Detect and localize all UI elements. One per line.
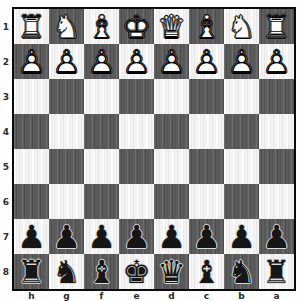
piece-black-pawn[interactable]: ♟ xyxy=(119,219,154,254)
square-c5[interactable] xyxy=(189,149,224,184)
piece-white-pawn-outline-icon: ♙ xyxy=(49,44,84,79)
piece-black-king[interactable]: ♚ xyxy=(119,254,154,289)
square-c8[interactable]: ♝ xyxy=(189,254,224,289)
piece-white-pawn-outline-icon: ♙ xyxy=(224,44,259,79)
piece-black-pawn[interactable]: ♟ xyxy=(49,219,84,254)
piece-black-queen[interactable]: ♛ xyxy=(154,254,189,289)
square-a1[interactable]: ♜♖ xyxy=(259,9,294,44)
piece-white-pawn-outline-icon: ♙ xyxy=(259,44,294,79)
square-f5[interactable] xyxy=(84,149,119,184)
file-label-f: f xyxy=(84,291,119,301)
square-c3[interactable] xyxy=(189,79,224,114)
square-f1[interactable]: ♝♗ xyxy=(84,9,119,44)
square-c1[interactable]: ♝♗ xyxy=(189,9,224,44)
rank-label-8: 8 xyxy=(0,254,12,289)
square-f6[interactable] xyxy=(84,184,119,219)
file-label-g: g xyxy=(49,291,84,301)
square-d5[interactable] xyxy=(154,149,189,184)
piece-black-pawn[interactable]: ♟ xyxy=(189,219,224,254)
file-label-c: c xyxy=(189,291,224,301)
chess-board: ♜♖♞♘♝♗♚♔♛♕♝♗♞♘♜♖♟♙♟♙♟♙♟♙♟♙♟♙♟♙♟♙♟♟♟♟♟♟♟♟… xyxy=(12,7,296,291)
piece-white-knight-outline-icon: ♘ xyxy=(224,9,259,44)
square-h4[interactable] xyxy=(14,114,49,149)
square-g4[interactable] xyxy=(49,114,84,149)
piece-black-bishop[interactable]: ♝ xyxy=(84,254,119,289)
square-a3[interactable] xyxy=(259,79,294,114)
square-h7[interactable]: ♟ xyxy=(14,219,49,254)
square-a5[interactable] xyxy=(259,149,294,184)
square-g5[interactable] xyxy=(49,149,84,184)
rank-label-6: 6 xyxy=(0,184,12,219)
square-h2[interactable]: ♟♙ xyxy=(14,44,49,79)
square-b2[interactable]: ♟♙ xyxy=(224,44,259,79)
piece-black-rook[interactable]: ♜ xyxy=(259,254,294,289)
rank-label-7: 7 xyxy=(0,219,12,254)
piece-black-pawn[interactable]: ♟ xyxy=(154,219,189,254)
piece-white-pawn-outline-icon: ♙ xyxy=(154,44,189,79)
file-label-a: a xyxy=(259,291,294,301)
piece-white-knight-outline-icon: ♘ xyxy=(49,9,84,44)
square-g6[interactable] xyxy=(49,184,84,219)
piece-black-knight[interactable]: ♞ xyxy=(224,254,259,289)
rank-label-1: 1 xyxy=(0,9,12,44)
square-e7[interactable]: ♟ xyxy=(119,219,154,254)
square-f3[interactable] xyxy=(84,79,119,114)
square-e6[interactable] xyxy=(119,184,154,219)
square-d8[interactable]: ♛ xyxy=(154,254,189,289)
square-a6[interactable] xyxy=(259,184,294,219)
square-e4[interactable] xyxy=(119,114,154,149)
rank-label-5: 5 xyxy=(0,149,12,184)
square-d4[interactable] xyxy=(154,114,189,149)
piece-white-pawn-outline-icon: ♙ xyxy=(84,44,119,79)
piece-black-rook[interactable]: ♜ xyxy=(14,254,49,289)
piece-white-pawn-outline-icon: ♙ xyxy=(189,44,224,79)
rank-labels: 12345678 xyxy=(0,9,12,289)
piece-white-king-outline-icon: ♔ xyxy=(119,9,154,44)
piece-white-bishop-outline-icon: ♗ xyxy=(84,9,119,44)
square-e1[interactable]: ♚♔ xyxy=(119,9,154,44)
square-f7[interactable]: ♟ xyxy=(84,219,119,254)
piece-white-rook-outline-icon: ♖ xyxy=(14,9,49,44)
piece-black-pawn[interactable]: ♟ xyxy=(84,219,119,254)
square-g8[interactable]: ♞ xyxy=(49,254,84,289)
square-c7[interactable]: ♟ xyxy=(189,219,224,254)
square-a2[interactable]: ♟♙ xyxy=(259,44,294,79)
piece-black-pawn[interactable]: ♟ xyxy=(224,219,259,254)
square-g3[interactable] xyxy=(49,79,84,114)
square-g1[interactable]: ♞♘ xyxy=(49,9,84,44)
square-c4[interactable] xyxy=(189,114,224,149)
square-g2[interactable]: ♟♙ xyxy=(49,44,84,79)
square-e8[interactable]: ♚ xyxy=(119,254,154,289)
file-label-h: h xyxy=(14,291,49,301)
square-a4[interactable] xyxy=(259,114,294,149)
piece-black-pawn[interactable]: ♟ xyxy=(14,219,49,254)
square-d3[interactable] xyxy=(154,79,189,114)
rank-label-3: 3 xyxy=(0,79,12,114)
square-d1[interactable]: ♛♕ xyxy=(154,9,189,44)
piece-black-pawn[interactable]: ♟ xyxy=(259,219,294,254)
rank-label-2: 2 xyxy=(0,44,12,79)
piece-white-rook-outline-icon: ♖ xyxy=(259,9,294,44)
square-c6[interactable] xyxy=(189,184,224,219)
square-c2[interactable]: ♟♙ xyxy=(189,44,224,79)
square-h5[interactable] xyxy=(14,149,49,184)
square-d2[interactable]: ♟♙ xyxy=(154,44,189,79)
piece-black-knight[interactable]: ♞ xyxy=(49,254,84,289)
square-e2[interactable]: ♟♙ xyxy=(119,44,154,79)
square-b7[interactable]: ♟ xyxy=(224,219,259,254)
piece-white-queen-outline-icon: ♕ xyxy=(154,9,189,44)
piece-black-bishop[interactable]: ♝ xyxy=(189,254,224,289)
square-e5[interactable] xyxy=(119,149,154,184)
square-d7[interactable]: ♟ xyxy=(154,219,189,254)
square-g7[interactable]: ♟ xyxy=(49,219,84,254)
square-b3[interactable] xyxy=(224,79,259,114)
square-h1[interactable]: ♜♖ xyxy=(14,9,49,44)
square-f8[interactable]: ♝ xyxy=(84,254,119,289)
square-a7[interactable]: ♟ xyxy=(259,219,294,254)
file-labels: hgfedcba xyxy=(14,291,294,301)
square-f4[interactable] xyxy=(84,114,119,149)
piece-white-pawn-outline-icon: ♙ xyxy=(119,44,154,79)
square-f2[interactable]: ♟♙ xyxy=(84,44,119,79)
square-h6[interactable] xyxy=(14,184,49,219)
square-b8[interactable]: ♞ xyxy=(224,254,259,289)
file-label-d: d xyxy=(154,291,189,301)
square-a8[interactable]: ♜ xyxy=(259,254,294,289)
square-h8[interactable]: ♜ xyxy=(14,254,49,289)
square-d6[interactable] xyxy=(154,184,189,219)
square-b4[interactable] xyxy=(224,114,259,149)
piece-white-pawn-outline-icon: ♙ xyxy=(14,44,49,79)
square-b5[interactable] xyxy=(224,149,259,184)
square-b6[interactable] xyxy=(224,184,259,219)
file-label-b: b xyxy=(224,291,259,301)
square-e3[interactable] xyxy=(119,79,154,114)
square-b1[interactable]: ♞♘ xyxy=(224,9,259,44)
piece-white-bishop-outline-icon: ♗ xyxy=(189,9,224,44)
file-label-e: e xyxy=(119,291,154,301)
square-h3[interactable] xyxy=(14,79,49,114)
rank-label-4: 4 xyxy=(0,114,12,149)
